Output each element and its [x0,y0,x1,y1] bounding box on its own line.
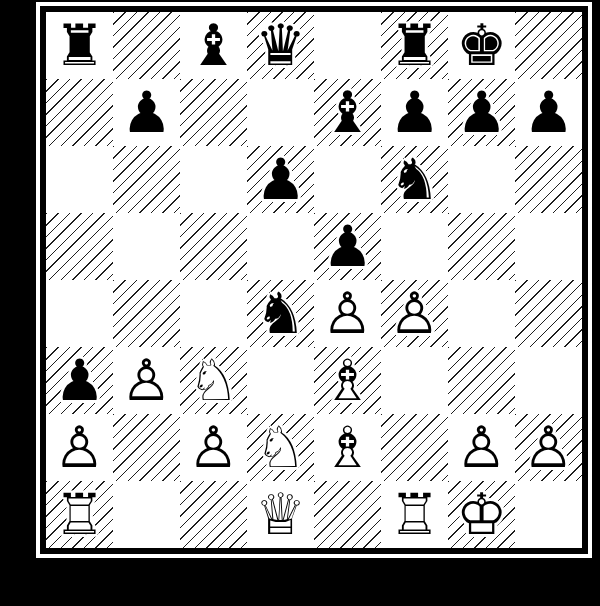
square-a7[interactable] [46,79,113,146]
piece-black-pawn[interactable]: ♟♟ [113,79,180,146]
black-bishop-icon: ♝ [322,84,373,141]
square-h6[interactable] [515,146,582,213]
square-c3[interactable]: ♞♘ [180,347,247,414]
white-pawn-icon: ♙ [188,419,239,476]
piece-white-pawn[interactable]: ♟♙ [515,414,582,481]
square-f8[interactable]: ♜♜ [381,12,448,79]
piece-black-pawn[interactable]: ♟♟ [515,79,582,146]
black-knight-icon: ♞ [389,151,440,208]
black-rook-icon: ♜ [389,17,440,74]
piece-black-bishop[interactable]: ♝♝ [180,12,247,79]
square-a5[interactable] [46,213,113,280]
square-d7[interactable] [247,79,314,146]
square-c5[interactable] [180,213,247,280]
square-d2[interactable]: ♞♘ [247,414,314,481]
black-queen-icon: ♛ [255,17,306,74]
piece-black-knight[interactable]: ♞♞ [247,280,314,347]
square-g1[interactable]: ♚♔ [448,481,515,548]
black-pawn-icon: ♟ [322,218,373,275]
square-g4[interactable] [448,280,515,347]
piece-black-pawn[interactable]: ♟♟ [247,146,314,213]
piece-white-rook[interactable]: ♜♖ [46,481,113,548]
square-c2[interactable]: ♟♙ [180,414,247,481]
piece-white-pawn[interactable]: ♟♙ [314,280,381,347]
square-d1[interactable]: ♛♕ [247,481,314,548]
black-pawn-icon: ♟ [255,151,306,208]
square-g7[interactable]: ♟♟ [448,79,515,146]
square-b1[interactable] [113,481,180,548]
square-b2[interactable] [113,414,180,481]
white-pawn-icon: ♙ [389,285,440,342]
square-h8[interactable] [515,12,582,79]
piece-black-queen[interactable]: ♛♛ [247,12,314,79]
piece-black-knight[interactable]: ♞♞ [381,146,448,213]
square-a3[interactable]: ♟♟ [46,347,113,414]
piece-white-king[interactable]: ♚♔ [448,481,515,548]
square-h5[interactable] [515,213,582,280]
black-pawn-icon: ♟ [54,352,105,409]
square-c1[interactable] [180,481,247,548]
square-f1[interactable]: ♜♖ [381,481,448,548]
square-e5[interactable]: ♟♟ [314,213,381,280]
square-b4[interactable] [113,280,180,347]
square-e1[interactable] [314,481,381,548]
square-c6[interactable] [180,146,247,213]
square-g3[interactable] [448,347,515,414]
piece-white-pawn[interactable]: ♟♙ [381,280,448,347]
black-pawn-icon: ♟ [456,84,507,141]
piece-black-king[interactable]: ♚♚ [448,12,515,79]
square-f5[interactable] [381,213,448,280]
piece-white-knight[interactable]: ♞♘ [247,414,314,481]
square-f3[interactable] [381,347,448,414]
black-pawn-icon: ♟ [523,84,574,141]
square-g5[interactable] [448,213,515,280]
black-king-icon: ♚ [456,17,507,74]
white-bishop-icon: ♗ [322,352,373,409]
piece-black-pawn[interactable]: ♟♟ [46,347,113,414]
piece-white-queen[interactable]: ♛♕ [247,481,314,548]
square-f2[interactable] [381,414,448,481]
piece-black-rook[interactable]: ♜♜ [46,12,113,79]
piece-black-pawn[interactable]: ♟♟ [448,79,515,146]
square-e6[interactable] [314,146,381,213]
square-d3[interactable] [247,347,314,414]
white-bishop-icon: ♗ [322,419,373,476]
square-a6[interactable] [46,146,113,213]
piece-white-rook[interactable]: ♜♖ [381,481,448,548]
white-knight-icon: ♘ [188,352,239,409]
square-d5[interactable] [247,213,314,280]
piece-white-bishop[interactable]: ♝♗ [314,347,381,414]
piece-black-pawn[interactable]: ♟♟ [314,213,381,280]
square-e4[interactable]: ♟♙ [314,280,381,347]
square-a8[interactable]: ♜♜ [46,12,113,79]
piece-white-pawn[interactable]: ♟♙ [46,414,113,481]
piece-black-bishop[interactable]: ♝♝ [314,79,381,146]
square-d4[interactable]: ♞♞ [247,280,314,347]
piece-white-knight[interactable]: ♞♘ [180,347,247,414]
white-queen-icon: ♕ [255,486,306,543]
square-d8[interactable]: ♛♛ [247,12,314,79]
square-d6[interactable]: ♟♟ [247,146,314,213]
square-b5[interactable] [113,213,180,280]
square-a4[interactable] [46,280,113,347]
square-e8[interactable] [314,12,381,79]
black-bishop-icon: ♝ [188,17,239,74]
square-h3[interactable] [515,347,582,414]
square-f6[interactable]: ♞♞ [381,146,448,213]
square-h1[interactable] [515,481,582,548]
square-f4[interactable]: ♟♙ [381,280,448,347]
square-a2[interactable]: ♟♙ [46,414,113,481]
black-knight-icon: ♞ [255,285,306,342]
chess-board: ♜♜♝♝♛♛♜♜♚♚♟♟♝♝♟♟♟♟♟♟♟♟♞♞♟♟♞♞♟♙♟♙♟♟♟♙♞♘♝♗… [46,12,582,548]
square-b6[interactable] [113,146,180,213]
square-c8[interactable]: ♝♝ [180,12,247,79]
black-pawn-icon: ♟ [389,84,440,141]
piece-white-bishop[interactable]: ♝♗ [314,414,381,481]
board-frame: ♜♜♝♝♛♛♜♜♚♚♟♟♝♝♟♟♟♟♟♟♟♟♞♞♟♟♞♞♟♙♟♙♟♟♟♙♞♘♝♗… [36,2,592,558]
square-g8[interactable]: ♚♚ [448,12,515,79]
square-e2[interactable]: ♝♗ [314,414,381,481]
piece-black-pawn[interactable]: ♟♟ [381,79,448,146]
black-rook-icon: ♜ [54,17,105,74]
square-e3[interactable]: ♝♗ [314,347,381,414]
white-king-icon: ♔ [456,486,507,543]
white-pawn-icon: ♙ [523,419,574,476]
page-background: { "game": "chess", "diagram": { "descrip… [0,0,600,606]
square-g2[interactable]: ♟♙ [448,414,515,481]
square-c7[interactable] [180,79,247,146]
square-e7[interactable]: ♝♝ [314,79,381,146]
square-h7[interactable]: ♟♟ [515,79,582,146]
white-rook-icon: ♖ [54,486,105,543]
piece-white-pawn[interactable]: ♟♙ [113,347,180,414]
white-knight-icon: ♘ [255,419,306,476]
square-h2[interactable]: ♟♙ [515,414,582,481]
square-c4[interactable] [180,280,247,347]
piece-white-pawn[interactable]: ♟♙ [448,414,515,481]
square-b3[interactable]: ♟♙ [113,347,180,414]
white-pawn-icon: ♙ [54,419,105,476]
piece-white-pawn[interactable]: ♟♙ [180,414,247,481]
white-pawn-icon: ♙ [121,352,172,409]
white-pawn-icon: ♙ [322,285,373,342]
square-g6[interactable] [448,146,515,213]
square-f7[interactable]: ♟♟ [381,79,448,146]
board-border: ♜♜♝♝♛♛♜♜♚♚♟♟♝♝♟♟♟♟♟♟♟♟♞♞♟♟♞♞♟♙♟♙♟♟♟♙♞♘♝♗… [40,6,588,554]
square-h4[interactable] [515,280,582,347]
piece-black-rook[interactable]: ♜♜ [381,12,448,79]
square-b7[interactable]: ♟♟ [113,79,180,146]
square-b8[interactable] [113,12,180,79]
white-rook-icon: ♖ [389,486,440,543]
square-a1[interactable]: ♜♖ [46,481,113,548]
black-pawn-icon: ♟ [121,84,172,141]
white-pawn-icon: ♙ [456,419,507,476]
